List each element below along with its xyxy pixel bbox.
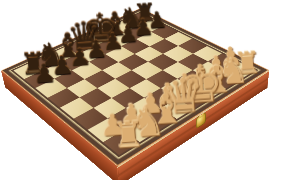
chess-set-photo: ♜♞♝♛♚♝♞♜♟♟♟♟♟♟♟♟♟♟♟♟♟♟♟♟♜♞♝♛♚♝♞♜ [0,0,300,180]
black-pawn: ♟ [32,60,57,87]
photo-tilt-wrapper: ♜♞♝♛♚♝♞♜♟♟♟♟♟♟♟♟♟♟♟♟♟♟♟♟♜♞♝♛♚♝♞♜ [0,0,300,180]
white-rook: ♜ [111,117,145,155]
board-grid: ♜♞♝♛♚♝♞♜♟♟♟♟♟♟♟♟♟♟♟♟♟♟♟♟♜♞♝♛♚♝♞♜ [13,13,255,155]
chess-board: ♜♞♝♛♚♝♞♜♟♟♟♟♟♟♟♟♟♟♟♟♟♟♟♟♜♞♝♛♚♝♞♜ [1,8,269,166]
chess-board-3d: ♜♞♝♛♚♝♞♜♟♟♟♟♟♟♟♟♟♟♟♟♟♟♟♟♜♞♝♛♚♝♞♜ [1,8,269,166]
